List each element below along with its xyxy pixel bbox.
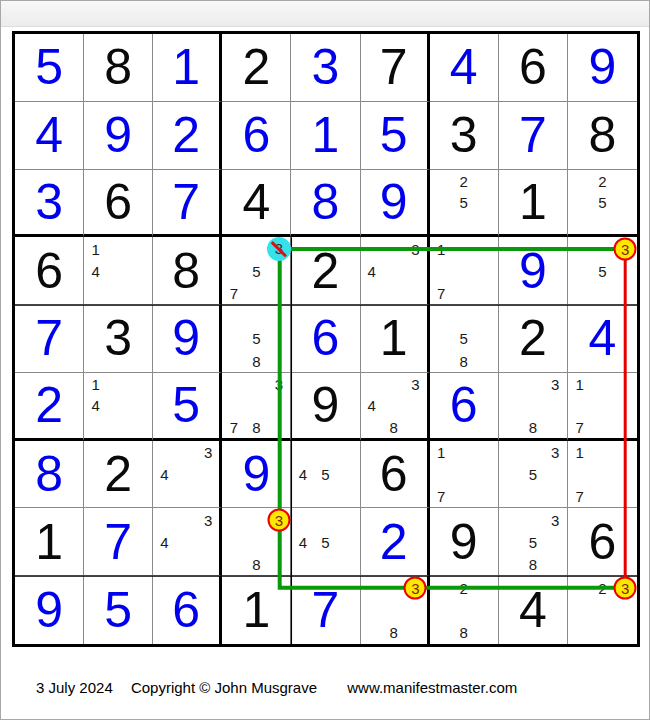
candidate-digit: 4 — [87, 397, 104, 414]
solved-digit: 7 — [291, 576, 359, 644]
solved-digit: 6 — [153, 576, 219, 644]
candidate-digit: 5 — [455, 330, 472, 347]
cell-r4c3[interactable]: 8 — [153, 237, 222, 305]
sudoku-board: 5812374694926153783674892512561483572341… — [12, 31, 640, 647]
cell-r8c5[interactable]: 45 — [291, 508, 360, 576]
cell-r6c9[interactable]: 17 — [568, 373, 637, 441]
sudoku-grid: 5812374694926153783674892512561483572341… — [15, 34, 637, 644]
candidate-digit: 8 — [248, 352, 265, 369]
given-digit: 3 — [84, 305, 152, 372]
cell-r3c5[interactable]: 8 — [291, 170, 360, 238]
solved-digit: 7 — [84, 508, 152, 575]
cell-r1c6[interactable]: 7 — [361, 34, 430, 102]
candidate-digit: 3 — [547, 375, 564, 392]
window-top-bar — [1, 1, 649, 27]
app-window: 5812374694926153783674892512561483572341… — [0, 0, 650, 720]
candidate-digit: 7 — [225, 418, 242, 435]
cell-r3c4[interactable]: 4 — [222, 170, 291, 238]
cell-r4c4[interactable]: 357 — [222, 237, 291, 305]
candidate-digit: 8 — [385, 418, 402, 435]
candidate-digit: 2 — [455, 579, 472, 596]
cell-r3c2[interactable]: 6 — [84, 170, 153, 238]
given-digit: 1 — [222, 576, 290, 644]
chain-node-circle: 3 — [614, 237, 637, 260]
cell-r9c8[interactable]: 4 — [499, 576, 568, 644]
given-digit: 7 — [361, 34, 427, 101]
footer-website[interactable]: www.manifestmaster.com — [347, 679, 517, 696]
cell-r4c5[interactable]: 2 — [291, 237, 360, 305]
cell-r7c3[interactable]: 34 — [153, 441, 222, 509]
candidate-digit: 4 — [363, 397, 380, 414]
cell-r5c2[interactable]: 3 — [84, 305, 153, 373]
candidate-digit: 5 — [317, 466, 334, 483]
candidate-digit: 4 — [295, 466, 312, 483]
cell-r3c9[interactable]: 25 — [568, 170, 637, 238]
cell-r3c6[interactable]: 9 — [361, 170, 430, 238]
cell-r3c8[interactable]: 1 — [499, 170, 568, 238]
cell-r9c2[interactable]: 5 — [84, 576, 153, 644]
candidate-digit: 1 — [433, 240, 450, 257]
candidate-digit: 5 — [455, 193, 472, 210]
cell-r4c8[interactable]: 9 — [499, 237, 568, 305]
given-digit: 6 — [84, 170, 152, 235]
solved-digit: 7 — [15, 305, 83, 372]
cell-r8c7[interactable]: 9 — [430, 508, 499, 576]
given-digit: 4 — [499, 576, 567, 644]
solved-digit: 9 — [222, 441, 290, 508]
cell-r9c6[interactable]: 38 — [361, 576, 430, 644]
solved-digit: 6 — [430, 373, 498, 438]
solved-digit: 4 — [568, 305, 637, 372]
solved-digit: 5 — [361, 102, 427, 169]
cell-r4c9[interactable]: 35 — [568, 237, 637, 305]
cell-r6c3[interactable]: 5 — [153, 373, 222, 441]
cell-r2c4[interactable]: 6 — [222, 102, 291, 170]
cell-r5c8[interactable]: 2 — [499, 305, 568, 373]
candidate-digit: 4 — [87, 262, 104, 279]
candidate-digit: 1 — [571, 444, 588, 461]
cell-r7c8[interactable]: 35 — [499, 441, 568, 509]
given-digit: 9 — [430, 508, 498, 575]
cell-r6c4[interactable]: 378 — [222, 373, 291, 441]
cell-r7c1[interactable]: 8 — [15, 441, 84, 509]
given-digit: 9 — [291, 373, 359, 438]
chain-node-circle: 3 — [267, 508, 290, 531]
cell-r1c9[interactable]: 9 — [568, 34, 637, 102]
cell-r8c4[interactable]: 38 — [222, 508, 291, 576]
candidate-digit: 8 — [455, 624, 472, 641]
candidate-digit: 8 — [248, 555, 265, 572]
solved-digit: 1 — [291, 102, 359, 169]
cell-r1c7[interactable]: 4 — [430, 34, 499, 102]
cell-r8c3[interactable]: 34 — [153, 508, 222, 576]
cell-r1c4[interactable]: 2 — [222, 34, 291, 102]
cell-r1c5[interactable]: 3 — [291, 34, 360, 102]
solved-digit: 2 — [15, 373, 83, 438]
cell-r7c6[interactable]: 6 — [361, 441, 430, 509]
cell-r7c4[interactable]: 9 — [222, 441, 291, 509]
candidate-digit: 5 — [594, 193, 611, 210]
candidate-digit: 3 — [200, 511, 217, 528]
candidate-digit: 8 — [524, 418, 541, 435]
solved-digit: 9 — [153, 305, 219, 372]
cell-r2c8[interactable]: 7 — [499, 102, 568, 170]
given-digit: 3 — [430, 102, 498, 169]
cell-r1c2[interactable]: 8 — [84, 34, 153, 102]
candidate-digit: 4 — [156, 533, 173, 550]
cell-r9c3[interactable]: 6 — [153, 576, 222, 644]
cell-r2c7[interactable]: 3 — [430, 102, 499, 170]
given-digit: 6 — [568, 508, 637, 575]
candidate-digit: 3 — [407, 240, 424, 257]
candidate-digit: 3 — [200, 444, 217, 461]
cell-r2c5[interactable]: 1 — [291, 102, 360, 170]
cell-r1c3[interactable]: 1 — [153, 34, 222, 102]
candidate-digit: 2 — [594, 172, 611, 189]
given-digit: 6 — [499, 34, 567, 101]
candidate-digit: 4 — [295, 533, 312, 550]
candidate-digit: 1 — [87, 240, 104, 257]
solved-digit: 9 — [15, 576, 83, 644]
solved-digit: 4 — [15, 102, 83, 169]
candidate-digit: 8 — [524, 555, 541, 572]
candidate-digit: 2 — [455, 172, 472, 189]
candidate-digit: 5 — [248, 330, 265, 347]
solved-digit: 8 — [291, 170, 359, 235]
chain-node-circle: 3 — [404, 576, 427, 599]
candidate-digit: 5 — [594, 262, 611, 279]
cell-r4c2[interactable]: 14 — [84, 237, 153, 305]
given-digit: 6 — [15, 237, 83, 304]
solved-digit: 6 — [291, 305, 359, 372]
given-digit: 8 — [153, 237, 219, 304]
footer-copyright: Copyright © John Musgrave — [131, 679, 317, 696]
cell-r3c3[interactable]: 7 — [153, 170, 222, 238]
solved-digit: 5 — [84, 576, 152, 644]
given-digit: 2 — [291, 237, 359, 304]
cell-r6c1[interactable]: 2 — [15, 373, 84, 441]
cell-r9c5[interactable]: 7 — [291, 576, 360, 644]
solved-digit: 8 — [15, 441, 83, 508]
candidate-digit: 1 — [571, 375, 588, 392]
given-digit: 2 — [84, 441, 152, 508]
cell-r8c1[interactable]: 1 — [15, 508, 84, 576]
candidate-digit: 5 — [317, 533, 334, 550]
solved-digit: 3 — [291, 34, 359, 101]
cell-r4c6[interactable]: 34 — [361, 237, 430, 305]
cell-r2c1[interactable]: 4 — [15, 102, 84, 170]
solved-digit: 3 — [15, 170, 83, 235]
cell-r6c6[interactable]: 348 — [361, 373, 430, 441]
solved-digit: 5 — [153, 373, 219, 438]
candidate-digit: 7 — [571, 488, 588, 505]
given-digit: 2 — [222, 34, 290, 101]
solved-digit: 2 — [361, 508, 427, 575]
given-digit: 1 — [499, 170, 567, 235]
solved-digit: 1 — [153, 34, 219, 101]
solved-digit: 5 — [15, 34, 83, 101]
solved-digit: 9 — [568, 34, 637, 101]
cell-r8c2[interactable]: 7 — [84, 508, 153, 576]
given-digit: 4 — [222, 170, 290, 235]
solved-digit: 9 — [84, 102, 152, 169]
given-digit: 1 — [361, 305, 427, 372]
cell-r2c6[interactable]: 5 — [361, 102, 430, 170]
candidate-digit: 2 — [594, 579, 611, 596]
cell-r6c8[interactable]: 38 — [499, 373, 568, 441]
candidate-digit: 1 — [87, 375, 104, 392]
solved-digit: 4 — [430, 34, 498, 101]
cell-r5c5[interactable]: 6 — [291, 305, 360, 373]
given-digit: 8 — [84, 34, 152, 101]
chain-node-circle: 3 — [614, 576, 637, 599]
cell-r5c1[interactable]: 7 — [15, 305, 84, 373]
footer-date: 3 July 2024 — [36, 679, 113, 696]
given-digit: 8 — [568, 102, 637, 169]
cell-r7c5[interactable]: 45 — [291, 441, 360, 509]
cell-r5c4[interactable]: 58 — [222, 305, 291, 373]
candidate-digit: 3 — [270, 375, 287, 392]
cell-r7c7[interactable]: 17 — [430, 441, 499, 509]
cell-r5c3[interactable]: 9 — [153, 305, 222, 373]
candidate-digit: 3 — [547, 444, 564, 461]
candidate-digit: 4 — [363, 262, 380, 279]
candidate-digit: 1 — [433, 444, 450, 461]
given-digit: 6 — [361, 441, 427, 508]
cell-r7c2[interactable]: 2 — [84, 441, 153, 509]
footer-text: 3 July 2024 Copyright © John Musgrave ww… — [36, 679, 517, 696]
cell-r2c9[interactable]: 8 — [568, 102, 637, 170]
candidate-digit: 7 — [571, 418, 588, 435]
solved-digit: 2 — [153, 102, 219, 169]
solved-digit: 6 — [222, 102, 290, 169]
cell-r5c6[interactable]: 1 — [361, 305, 430, 373]
cell-r7c9[interactable]: 17 — [568, 441, 637, 509]
cell-r3c1[interactable]: 3 — [15, 170, 84, 238]
given-digit: 2 — [499, 305, 567, 372]
cell-r1c8[interactable]: 6 — [499, 34, 568, 102]
cell-r6c7[interactable]: 6 — [430, 373, 499, 441]
cell-r4c7[interactable]: 17 — [430, 237, 499, 305]
candidate-digit: 4 — [156, 466, 173, 483]
given-digit: 1 — [15, 508, 83, 575]
cell-r6c2[interactable]: 14 — [84, 373, 153, 441]
cell-r1c1[interactable]: 5 — [15, 34, 84, 102]
cell-r8c6[interactable]: 2 — [361, 508, 430, 576]
candidate-digit: 8 — [385, 624, 402, 641]
solved-digit: 9 — [499, 237, 567, 304]
candidate-digit: 5 — [524, 533, 541, 550]
cell-r3c7[interactable]: 25 — [430, 170, 499, 238]
candidate-digit: 5 — [248, 262, 265, 279]
cell-r2c2[interactable]: 9 — [84, 102, 153, 170]
candidate-digit: 8 — [455, 352, 472, 369]
cell-r9c7[interactable]: 28 — [430, 576, 499, 644]
cell-r9c4[interactable]: 1 — [222, 576, 291, 644]
candidate-digit: 8 — [248, 418, 265, 435]
candidate-digit: 7 — [433, 284, 450, 301]
cell-r4c1[interactable]: 6 — [15, 237, 84, 305]
solved-digit: 7 — [499, 102, 567, 169]
eliminated-candidate-circle: 3 — [267, 237, 291, 261]
cell-r8c8[interactable]: 358 — [499, 508, 568, 576]
candidate-digit: 5 — [524, 466, 541, 483]
cell-r8c9[interactable]: 6 — [568, 508, 637, 576]
candidate-digit: 3 — [547, 511, 564, 528]
cell-r2c3[interactable]: 2 — [153, 102, 222, 170]
candidate-digit: 3 — [407, 375, 424, 392]
cell-r5c9[interactable]: 4 — [568, 305, 637, 373]
cell-r5c7[interactable]: 58 — [430, 305, 499, 373]
cell-r9c9[interactable]: 23 — [568, 576, 637, 644]
candidate-digit: 7 — [225, 284, 242, 301]
cell-r6c5[interactable]: 9 — [291, 373, 360, 441]
solved-digit: 9 — [361, 170, 427, 235]
candidate-digit: 7 — [433, 488, 450, 505]
cell-r9c1[interactable]: 9 — [15, 576, 84, 644]
solved-digit: 7 — [153, 170, 219, 235]
